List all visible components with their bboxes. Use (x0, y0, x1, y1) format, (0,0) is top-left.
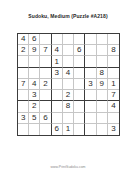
cell-r6c8[interactable] (97, 90, 108, 101)
cell-r1c8[interactable] (97, 34, 108, 45)
cell-r3c6[interactable] (74, 56, 85, 67)
cell-r9c9: 3 (108, 124, 119, 135)
sudoku-print-page: Sudoku, Medium (Puzzle #A218) 4629746813… (0, 0, 136, 176)
cell-r7c2: 2 (29, 101, 40, 112)
cell-r3c8[interactable] (97, 56, 108, 67)
cell-r6c3[interactable] (40, 90, 51, 101)
cell-r5c1: 7 (18, 79, 29, 90)
cell-r6c9: 7 (108, 90, 119, 101)
cell-r8c6[interactable] (74, 113, 85, 124)
cell-r1c5[interactable] (63, 34, 74, 45)
cell-r3c1[interactable] (18, 56, 29, 67)
cell-r5c8: 9 (97, 79, 108, 90)
cell-r9c8[interactable] (97, 124, 108, 135)
cell-r1c9[interactable] (108, 34, 119, 45)
cell-r2c8[interactable] (97, 45, 108, 56)
cell-r8c4[interactable] (52, 113, 63, 124)
cell-r4c1[interactable] (18, 68, 29, 79)
cell-r7c1[interactable] (18, 101, 29, 112)
cell-r4c8: 8 (97, 68, 108, 79)
cell-r4c6[interactable] (74, 68, 85, 79)
cell-r5c9: 1 (108, 79, 119, 90)
cell-r7c3[interactable] (40, 101, 51, 112)
cell-r4c7[interactable] (85, 68, 96, 79)
cell-r5c5[interactable] (63, 79, 74, 90)
puzzle-title: Sudoku, Medium (Puzzle #A218) (0, 13, 136, 19)
cell-r1c2: 6 (29, 34, 40, 45)
cell-r6c2: 3 (29, 90, 40, 101)
cell-r7c9: 4 (108, 101, 119, 112)
cell-r2c4: 4 (52, 45, 63, 56)
cell-r6c6[interactable] (74, 90, 85, 101)
cell-r4c2[interactable] (29, 68, 40, 79)
cell-r2c3: 7 (40, 45, 51, 56)
cell-r3c4: 1 (52, 56, 63, 67)
cell-r4c4: 3 (52, 68, 63, 79)
cell-r8c5[interactable] (63, 113, 74, 124)
cell-r9c4: 6 (52, 124, 63, 135)
cell-r9c7[interactable] (85, 124, 96, 135)
cell-r9c2[interactable] (29, 124, 40, 135)
cell-r5c6[interactable] (74, 79, 85, 90)
cell-r2c6: 6 (74, 45, 85, 56)
sudoku-board: 462974681348742391327284356613 (17, 33, 120, 136)
cell-r8c2: 5 (29, 113, 40, 124)
cell-r1c3[interactable] (40, 34, 51, 45)
cell-r6c4[interactable] (52, 90, 63, 101)
cell-r7c5: 8 (63, 101, 74, 112)
cell-r5c4[interactable] (52, 79, 63, 90)
cell-r2c7[interactable] (85, 45, 96, 56)
cell-r1c4[interactable] (52, 34, 63, 45)
cell-r2c5[interactable] (63, 45, 74, 56)
cell-r1c6[interactable] (74, 34, 85, 45)
cell-r3c7[interactable] (85, 56, 96, 67)
cell-r8c7[interactable] (85, 113, 96, 124)
footer-url: www.PrintSudoku.com (0, 165, 136, 169)
cell-r7c6[interactable] (74, 101, 85, 112)
cell-r7c8[interactable] (97, 101, 108, 112)
cell-r3c5[interactable] (63, 56, 74, 67)
cell-r5c3: 2 (40, 79, 51, 90)
cell-r8c9[interactable] (108, 113, 119, 124)
cell-r4c5: 4 (63, 68, 74, 79)
cell-r3c3[interactable] (40, 56, 51, 67)
cell-r1c7[interactable] (85, 34, 96, 45)
cell-r7c7[interactable] (85, 101, 96, 112)
cell-r8c3: 6 (40, 113, 51, 124)
cell-r1c1: 4 (18, 34, 29, 45)
cell-r7c4[interactable] (52, 101, 63, 112)
cell-r2c9: 8 (108, 45, 119, 56)
cell-r8c8[interactable] (97, 113, 108, 124)
cell-r2c2: 9 (29, 45, 40, 56)
cell-r6c5: 2 (63, 90, 74, 101)
cell-r9c3[interactable] (40, 124, 51, 135)
cell-r9c5: 1 (63, 124, 74, 135)
cell-r6c7[interactable] (85, 90, 96, 101)
cell-r9c6[interactable] (74, 124, 85, 135)
cell-r5c2: 4 (29, 79, 40, 90)
cell-r3c2[interactable] (29, 56, 40, 67)
cell-r4c3[interactable] (40, 68, 51, 79)
cell-r3c9[interactable] (108, 56, 119, 67)
cell-r5c7: 3 (85, 79, 96, 90)
cell-r9c1[interactable] (18, 124, 29, 135)
cell-r6c1[interactable] (18, 90, 29, 101)
cell-r8c1: 3 (18, 113, 29, 124)
cell-r4c9[interactable] (108, 68, 119, 79)
cell-r2c1: 2 (18, 45, 29, 56)
